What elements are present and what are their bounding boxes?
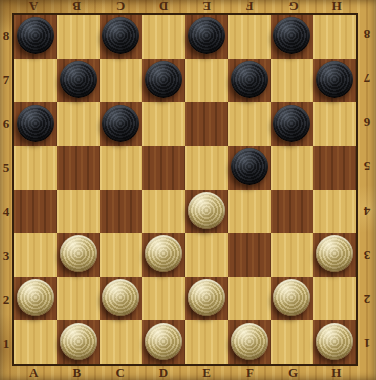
square-h7[interactable] — [313, 59, 356, 103]
square-g4[interactable] — [271, 190, 314, 234]
square-g8[interactable] — [271, 15, 314, 59]
square-g1[interactable] — [271, 320, 314, 364]
black-piece-g6[interactable] — [273, 105, 310, 142]
black-piece-c6[interactable] — [102, 105, 139, 142]
square-h3[interactable] — [313, 233, 356, 277]
white-piece-d3[interactable] — [145, 235, 182, 272]
file-label-bottom-d: D — [142, 365, 185, 380]
white-piece-g2[interactable] — [273, 279, 310, 316]
square-g6[interactable] — [271, 102, 314, 146]
black-piece-a8[interactable] — [17, 17, 54, 54]
square-a2[interactable] — [14, 277, 57, 321]
rank-label-left-1: 1 — [0, 322, 12, 366]
square-h2[interactable] — [313, 277, 356, 321]
square-d6[interactable] — [142, 102, 185, 146]
rank-label-left-7: 7 — [0, 57, 12, 101]
square-g7[interactable] — [271, 59, 314, 103]
rank-label-right-2: 2 — [358, 278, 376, 322]
square-f2[interactable] — [228, 277, 271, 321]
rank-label-left-2: 2 — [0, 278, 12, 322]
file-label-top-a: A — [12, 0, 55, 13]
square-f4[interactable] — [228, 190, 271, 234]
square-a7[interactable] — [14, 59, 57, 103]
rank-label-left-5: 5 — [0, 145, 12, 189]
square-d7[interactable] — [142, 59, 185, 103]
rank-label-right-4: 4 — [358, 190, 376, 234]
file-label-top-d: D — [142, 0, 185, 13]
square-a4[interactable] — [14, 190, 57, 234]
file-labels-bottom: ABCDEFGH — [12, 365, 358, 380]
square-b8[interactable] — [57, 15, 100, 59]
white-piece-f1[interactable] — [231, 323, 268, 360]
square-b4[interactable] — [57, 190, 100, 234]
square-a1[interactable] — [14, 320, 57, 364]
square-a5[interactable] — [14, 146, 57, 190]
white-piece-d1[interactable] — [145, 323, 182, 360]
square-c1[interactable] — [100, 320, 143, 364]
file-label-bottom-e: E — [185, 365, 228, 380]
square-c7[interactable] — [100, 59, 143, 103]
file-label-top-e: E — [185, 0, 228, 13]
square-d4[interactable] — [142, 190, 185, 234]
square-e6[interactable] — [185, 102, 228, 146]
file-label-bottom-a: A — [12, 365, 55, 380]
square-e2[interactable] — [185, 277, 228, 321]
rank-label-left-4: 4 — [0, 190, 12, 234]
square-a6[interactable] — [14, 102, 57, 146]
square-a3[interactable] — [14, 233, 57, 277]
square-h4[interactable] — [313, 190, 356, 234]
white-piece-b1[interactable] — [60, 323, 97, 360]
file-label-top-g: G — [272, 0, 315, 13]
file-labels-top: ABCDEFGH — [12, 0, 358, 13]
file-label-bottom-c: C — [99, 365, 142, 380]
square-f6[interactable] — [228, 102, 271, 146]
white-piece-e2[interactable] — [188, 279, 225, 316]
square-b7[interactable] — [57, 59, 100, 103]
square-h8[interactable] — [313, 15, 356, 59]
square-h6[interactable] — [313, 102, 356, 146]
square-d8[interactable] — [142, 15, 185, 59]
square-e7[interactable] — [185, 59, 228, 103]
rank-label-left-3: 3 — [0, 234, 12, 278]
square-c4[interactable] — [100, 190, 143, 234]
square-g2[interactable] — [271, 277, 314, 321]
square-h1[interactable] — [313, 320, 356, 364]
black-piece-g8[interactable] — [273, 17, 310, 54]
file-label-bottom-f: F — [228, 365, 271, 380]
square-d3[interactable] — [142, 233, 185, 277]
black-piece-f7[interactable] — [231, 61, 268, 98]
square-c2[interactable] — [100, 277, 143, 321]
square-c6[interactable] — [100, 102, 143, 146]
file-label-bottom-g: G — [272, 365, 315, 380]
file-label-top-f: F — [228, 0, 271, 13]
square-f8[interactable] — [228, 15, 271, 59]
checkers-board: ABCDEFGH 87654321 87654321 ABCDEFGH — [0, 0, 376, 380]
square-f7[interactable] — [228, 59, 271, 103]
square-d5[interactable] — [142, 146, 185, 190]
rank-label-right-6: 6 — [358, 101, 376, 145]
rank-label-right-1: 1 — [358, 322, 376, 366]
square-e5[interactable] — [185, 146, 228, 190]
black-piece-b7[interactable] — [60, 61, 97, 98]
square-d1[interactable] — [142, 320, 185, 364]
rank-labels-left: 87654321 — [0, 13, 12, 366]
rank-label-right-5: 5 — [358, 145, 376, 189]
square-f5[interactable] — [228, 146, 271, 190]
white-piece-c2[interactable] — [102, 279, 139, 316]
square-f3[interactable] — [228, 233, 271, 277]
rank-label-left-6: 6 — [0, 101, 12, 145]
square-b5[interactable] — [57, 146, 100, 190]
rank-labels-right: 87654321 — [358, 13, 376, 366]
rank-label-right-8: 8 — [358, 13, 376, 57]
square-c3[interactable] — [100, 233, 143, 277]
file-label-bottom-b: B — [55, 365, 98, 380]
square-g3[interactable] — [271, 233, 314, 277]
rank-label-left-8: 8 — [0, 13, 12, 57]
black-piece-d7[interactable] — [145, 61, 182, 98]
file-label-bottom-h: H — [315, 365, 358, 380]
white-piece-h3[interactable] — [316, 235, 353, 272]
square-d2[interactable] — [142, 277, 185, 321]
square-b1[interactable] — [57, 320, 100, 364]
square-e3[interactable] — [185, 233, 228, 277]
file-label-top-c: C — [99, 0, 142, 13]
black-piece-c8[interactable] — [102, 17, 139, 54]
square-f1[interactable] — [228, 320, 271, 364]
file-label-top-b: B — [55, 0, 98, 13]
rank-label-right-7: 7 — [358, 57, 376, 101]
white-piece-h1[interactable] — [316, 323, 353, 360]
white-piece-e4[interactable] — [188, 192, 225, 229]
rank-label-right-3: 3 — [358, 234, 376, 278]
square-c8[interactable] — [100, 15, 143, 59]
black-piece-a6[interactable] — [17, 105, 54, 142]
square-b3[interactable] — [57, 233, 100, 277]
square-c5[interactable] — [100, 146, 143, 190]
white-piece-a2[interactable] — [17, 279, 54, 316]
board — [12, 13, 358, 366]
square-e8[interactable] — [185, 15, 228, 59]
file-label-top-h: H — [315, 0, 358, 13]
black-piece-h7[interactable] — [316, 61, 353, 98]
square-a8[interactable] — [14, 15, 57, 59]
square-b6[interactable] — [57, 102, 100, 146]
white-piece-b3[interactable] — [60, 235, 97, 272]
square-g5[interactable] — [271, 146, 314, 190]
black-piece-f5[interactable] — [231, 148, 268, 185]
square-b2[interactable] — [57, 277, 100, 321]
black-piece-e8[interactable] — [188, 17, 225, 54]
square-e4[interactable] — [185, 190, 228, 234]
square-e1[interactable] — [185, 320, 228, 364]
square-h5[interactable] — [313, 146, 356, 190]
